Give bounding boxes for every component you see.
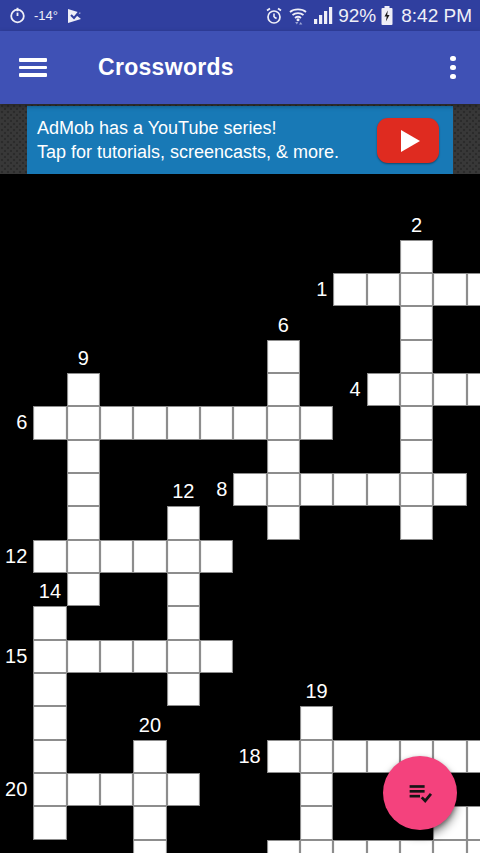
grid-cell[interactable]	[400, 840, 433, 853]
grid-cell[interactable]	[133, 806, 166, 839]
grid-cell[interactable]	[33, 606, 66, 639]
grid-cell[interactable]	[333, 840, 366, 853]
status-bar-right: 92% 8:42 PM	[265, 5, 480, 27]
grid-cell[interactable]	[400, 406, 433, 439]
grid-cell[interactable]	[167, 606, 200, 639]
grid-cell[interactable]	[67, 373, 100, 406]
check-answers-fab[interactable]	[383, 756, 457, 830]
grid-cell[interactable]	[33, 806, 66, 839]
grid-cell[interactable]	[267, 440, 300, 473]
grid-cell[interactable]	[467, 273, 480, 306]
grid-cell[interactable]	[367, 840, 400, 853]
grid-cell[interactable]	[133, 773, 166, 806]
youtube-play-button[interactable]	[377, 118, 439, 163]
grid-cell[interactable]	[267, 840, 300, 853]
grid-cell[interactable]	[400, 240, 433, 273]
clue-number: 18	[233, 740, 266, 773]
ad-strip: AdMob has a YouTube series! Tap for tuto…	[0, 104, 480, 174]
battery-percent-text: 92%	[338, 5, 376, 27]
grid-cell[interactable]	[400, 273, 433, 306]
status-bar-left: -14°	[0, 7, 85, 24]
clock-text: 8:42 PM	[398, 5, 472, 27]
grid-cell[interactable]	[167, 640, 200, 673]
grid-cell[interactable]	[167, 540, 200, 573]
grid-cell[interactable]	[267, 373, 300, 406]
clue-number: 4	[333, 373, 366, 406]
grid-cell[interactable]	[33, 740, 66, 773]
grid-cell[interactable]	[33, 706, 66, 739]
status-bar: -14°	[0, 0, 480, 31]
grid-cell[interactable]	[267, 506, 300, 539]
clue-number: 12	[0, 540, 33, 573]
grid-cell[interactable]	[300, 473, 333, 506]
grid-cell[interactable]	[33, 673, 66, 706]
clue-number: 8	[200, 473, 233, 506]
play-triangle-icon	[401, 130, 420, 152]
clue-number: 6	[267, 306, 300, 339]
alarm-icon	[265, 7, 283, 25]
grid-cell[interactable]	[467, 806, 480, 839]
grid-cell[interactable]	[33, 540, 66, 573]
grid-cell[interactable]	[200, 540, 233, 573]
grid-cell[interactable]	[300, 706, 333, 739]
grid-cell[interactable]	[67, 573, 100, 606]
grid-cell[interactable]	[33, 640, 66, 673]
signal-icon	[313, 7, 333, 24]
overflow-menu-icon[interactable]	[450, 56, 456, 80]
grid-cell[interactable]	[33, 406, 66, 439]
timer-icon	[9, 7, 26, 24]
grid-cell[interactable]	[400, 373, 433, 406]
clue-number: 2	[400, 206, 433, 239]
grid-cell[interactable]	[67, 506, 100, 539]
grid-cell[interactable]	[200, 640, 233, 673]
grid-cell[interactable]	[133, 840, 166, 853]
grid-cell[interactable]	[67, 640, 100, 673]
clue-number: 20	[0, 773, 33, 806]
grid-cell[interactable]	[67, 440, 100, 473]
grid-cell[interactable]	[133, 640, 166, 673]
grid-cell[interactable]	[467, 740, 480, 773]
grid-cell[interactable]	[233, 473, 266, 506]
temperature-text: -14°	[34, 8, 58, 23]
clue-number: 9	[67, 340, 100, 373]
grid-cell[interactable]	[67, 406, 100, 439]
grid-cell[interactable]	[333, 273, 366, 306]
grid-cell[interactable]	[100, 540, 133, 573]
grid-cell[interactable]	[433, 273, 466, 306]
grid-cell[interactable]	[400, 340, 433, 373]
wifi-icon	[288, 6, 308, 25]
grid-cell[interactable]	[200, 406, 233, 439]
admob-ad-banner[interactable]: AdMob has a YouTube series! Tap for tuto…	[27, 106, 453, 174]
grid-cell[interactable]	[233, 406, 266, 439]
battery-charging-icon	[381, 6, 393, 25]
crossword-app-screen: -14°	[0, 0, 480, 853]
grid-cell[interactable]	[300, 806, 333, 839]
clue-number: 19	[300, 673, 333, 706]
grid-cell[interactable]	[133, 406, 166, 439]
grid-cell[interactable]	[333, 740, 366, 773]
grid-cell[interactable]	[300, 773, 333, 806]
grid-cell[interactable]	[167, 673, 200, 706]
grid-cell[interactable]	[33, 773, 66, 806]
grid-cell[interactable]	[100, 773, 133, 806]
grid-cell[interactable]	[267, 406, 300, 439]
grid-cell[interactable]	[400, 506, 433, 539]
grid-cell[interactable]	[100, 640, 133, 673]
grid-cell[interactable]	[267, 740, 300, 773]
clue-number: 15	[0, 640, 33, 673]
clue-number: 6	[0, 406, 33, 439]
grid-cell[interactable]	[367, 473, 400, 506]
grid-cell[interactable]	[400, 440, 433, 473]
crossword-board: 21694612812141519201820	[0, 173, 480, 853]
grid-cell[interactable]	[167, 506, 200, 539]
page-title: Crosswords	[98, 54, 234, 81]
grid-cell[interactable]	[167, 406, 200, 439]
clue-number: 1	[300, 273, 333, 306]
grid-cell[interactable]	[133, 740, 166, 773]
grid-cell[interactable]	[433, 473, 466, 506]
grid-cell[interactable]	[267, 473, 300, 506]
grid-cell[interactable]	[167, 573, 200, 606]
grid-cell[interactable]	[400, 306, 433, 339]
grid-cell[interactable]	[433, 840, 466, 853]
grid-cell[interactable]	[333, 473, 366, 506]
grid-cell[interactable]	[67, 540, 100, 573]
grid-cell[interactable]	[133, 540, 166, 573]
grid-cell[interactable]	[67, 773, 100, 806]
menu-icon[interactable]	[19, 58, 47, 77]
flag-check-icon	[66, 8, 85, 24]
grid-cell[interactable]	[300, 740, 333, 773]
playlist-check-icon	[405, 778, 435, 808]
grid-cell[interactable]	[467, 840, 480, 853]
grid-cell[interactable]	[100, 406, 133, 439]
grid-cell[interactable]	[167, 773, 200, 806]
grid-cell[interactable]	[467, 373, 480, 406]
clue-number: 12	[167, 473, 200, 506]
grid-cell[interactable]	[267, 340, 300, 373]
clue-number: 20	[133, 706, 166, 739]
grid-cell[interactable]	[433, 373, 466, 406]
grid-cell[interactable]	[300, 406, 333, 439]
app-bar: Crosswords	[0, 31, 480, 104]
grid-cell[interactable]	[400, 473, 433, 506]
clue-number: 14	[33, 573, 66, 606]
grid-cell[interactable]	[367, 273, 400, 306]
grid-cell[interactable]	[367, 373, 400, 406]
grid-cell[interactable]	[300, 840, 333, 853]
grid-cell[interactable]	[67, 473, 100, 506]
